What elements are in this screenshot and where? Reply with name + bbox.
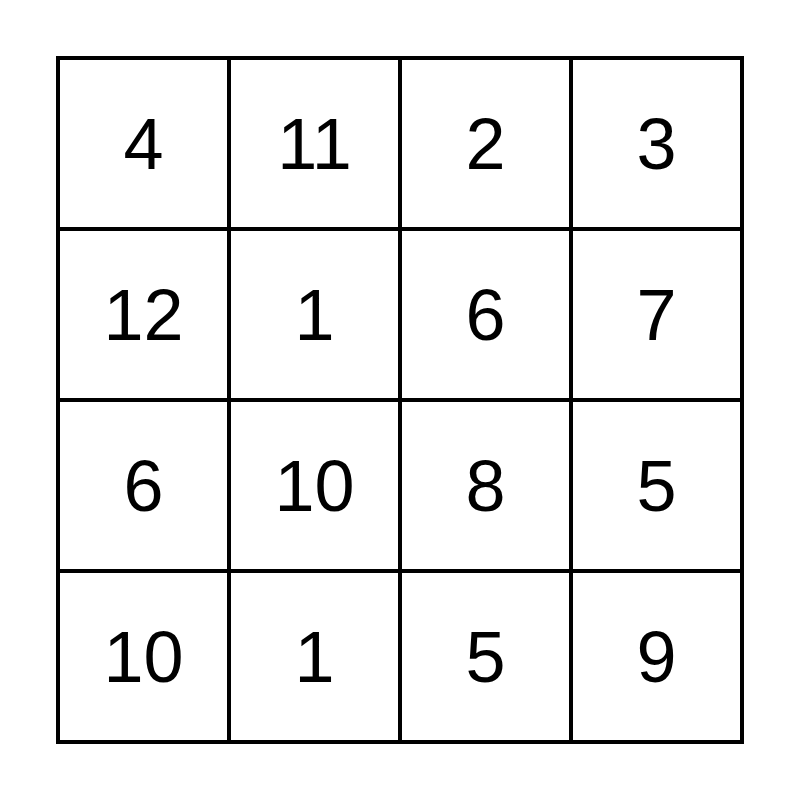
grid-cell-r3c3: 9 <box>573 573 740 740</box>
grid-cell-r1c3: 7 <box>573 231 740 398</box>
grid-cell-r0c1: 11 <box>231 60 398 227</box>
grid-cell-r1c2: 6 <box>402 231 569 398</box>
grid-cell-r2c3: 5 <box>573 402 740 569</box>
grid-cell-r1c0: 12 <box>60 231 227 398</box>
grid-cell-r3c0: 10 <box>60 573 227 740</box>
grid-cell-r1c1: 1 <box>231 231 398 398</box>
grid-cell-r3c1: 1 <box>231 573 398 740</box>
grid-cell-r2c1: 10 <box>231 402 398 569</box>
number-grid-board: 4 11 2 3 12 1 6 7 6 10 8 5 10 1 5 9 <box>56 56 744 744</box>
grid-cell-r0c0: 4 <box>60 60 227 227</box>
board-container: 4 11 2 3 12 1 6 7 6 10 8 5 10 1 5 9 <box>0 0 800 800</box>
grid-cell-r2c0: 6 <box>60 402 227 569</box>
grid-cell-r3c2: 5 <box>402 573 569 740</box>
grid-cell-r0c3: 3 <box>573 60 740 227</box>
grid-cell-r2c2: 8 <box>402 402 569 569</box>
grid-cell-r0c2: 2 <box>402 60 569 227</box>
